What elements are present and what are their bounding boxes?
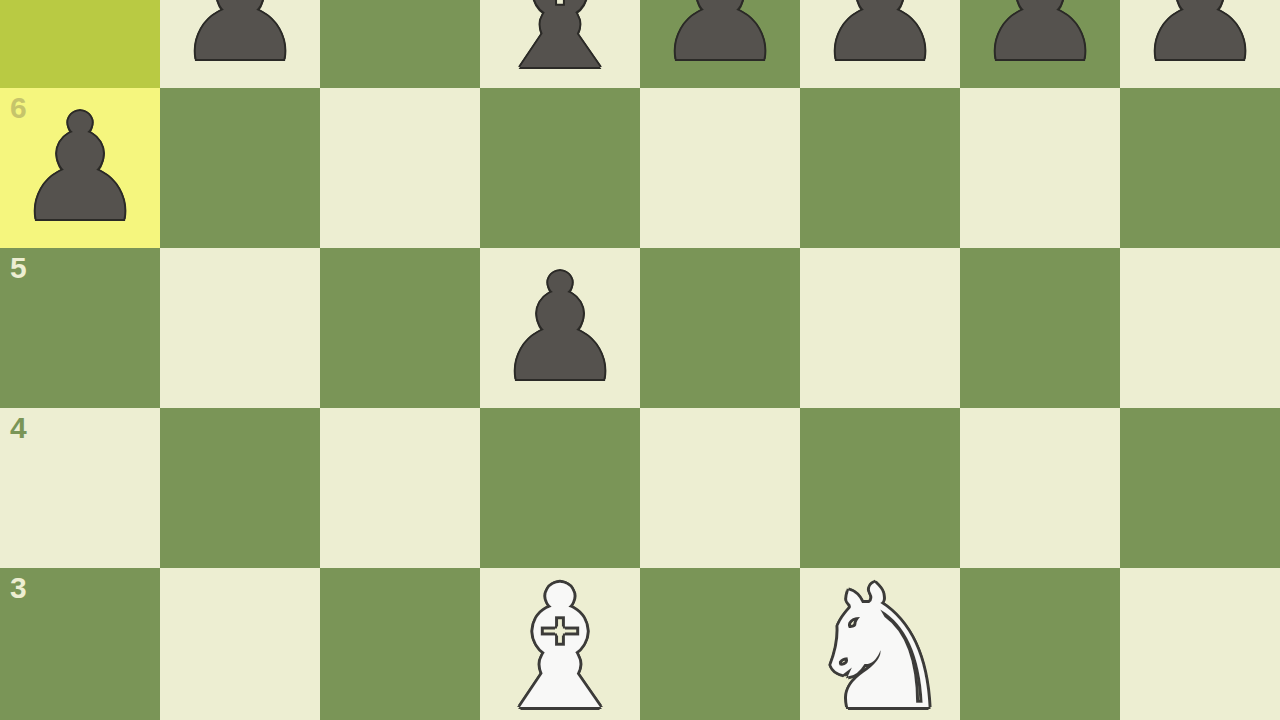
piece-black-pawn-b7: ♟ (160, 0, 320, 88)
square-e6[interactable] (640, 88, 800, 248)
square-a3[interactable]: 3 (0, 568, 160, 720)
square-c7[interactable] (320, 0, 480, 88)
square-e7[interactable]: ♟ (640, 0, 800, 88)
square-a6[interactable]: 6♟ (0, 88, 160, 248)
square-d6[interactable] (480, 88, 640, 248)
square-d4[interactable] (480, 408, 640, 568)
rank-label-6: 6 (10, 91, 27, 124)
square-a5[interactable]: 5 (0, 248, 160, 408)
square-f7[interactable]: ♟ (800, 0, 960, 88)
square-h4[interactable] (1120, 408, 1280, 568)
square-e4[interactable] (640, 408, 800, 568)
piece-black-pawn-h7: ♟ (1120, 0, 1280, 88)
square-a4[interactable]: 4 (0, 408, 160, 568)
square-b4[interactable] (160, 408, 320, 568)
square-b7[interactable]: ♟ (160, 0, 320, 88)
square-b6[interactable] (160, 88, 320, 248)
square-h6[interactable] (1120, 88, 1280, 248)
square-g4[interactable] (960, 408, 1120, 568)
piece-white-knight-f3: ♞ (800, 568, 960, 720)
square-f5[interactable] (800, 248, 960, 408)
square-g3[interactable] (960, 568, 1120, 720)
square-f4[interactable] (800, 408, 960, 568)
square-c3[interactable] (320, 568, 480, 720)
piece-black-pawn-f7: ♟ (800, 0, 960, 88)
square-b5[interactable] (160, 248, 320, 408)
square-h7[interactable]: ♟ (1120, 0, 1280, 88)
square-b3[interactable] (160, 568, 320, 720)
square-c5[interactable] (320, 248, 480, 408)
square-g6[interactable] (960, 88, 1120, 248)
chessboard-viewport: ♟♝♟♟♟♟6♟5♟43♝♞ (0, 0, 1280, 720)
piece-black-pawn-a6: ♟ (0, 88, 160, 248)
square-f3[interactable]: ♞ (800, 568, 960, 720)
piece-black-pawn-g7: ♟ (960, 0, 1120, 88)
piece-white-bishop-d3: ♝ (480, 568, 640, 720)
chessboard: ♟♝♟♟♟♟6♟5♟43♝♞ (0, 0, 1280, 720)
square-d5[interactable]: ♟ (480, 248, 640, 408)
square-d3[interactable]: ♝ (480, 568, 640, 720)
square-e3[interactable] (640, 568, 800, 720)
square-e5[interactable] (640, 248, 800, 408)
square-h5[interactable] (1120, 248, 1280, 408)
piece-black-bishop-d7: ♝ (480, 0, 640, 88)
rank-label-5: 5 (10, 251, 27, 284)
rank-label-3: 3 (10, 571, 27, 604)
square-c6[interactable] (320, 88, 480, 248)
square-g7[interactable]: ♟ (960, 0, 1120, 88)
square-a7[interactable] (0, 0, 160, 88)
piece-black-pawn-e7: ♟ (640, 0, 800, 88)
square-g5[interactable] (960, 248, 1120, 408)
square-f6[interactable] (800, 88, 960, 248)
square-d7[interactable]: ♝ (480, 0, 640, 88)
square-h3[interactable] (1120, 568, 1280, 720)
rank-label-4: 4 (10, 411, 27, 444)
square-c4[interactable] (320, 408, 480, 568)
piece-black-pawn-d5: ♟ (480, 248, 640, 408)
